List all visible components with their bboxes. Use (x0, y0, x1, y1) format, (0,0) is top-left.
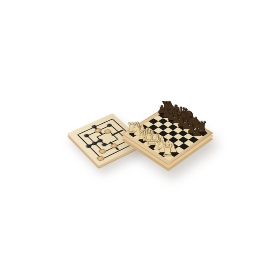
chess-box (121, 105, 213, 164)
product-photo-chess-mill-set: ♜♞♝♛♚♝♞♜♟♟♟♟♟♟♟♟♟♟♟♟♟♟♟♟♜♞♝♛♚♝♞♜ (0, 0, 280, 280)
chess-board (127, 109, 206, 160)
chess-box-shell (0, 0, 280, 280)
